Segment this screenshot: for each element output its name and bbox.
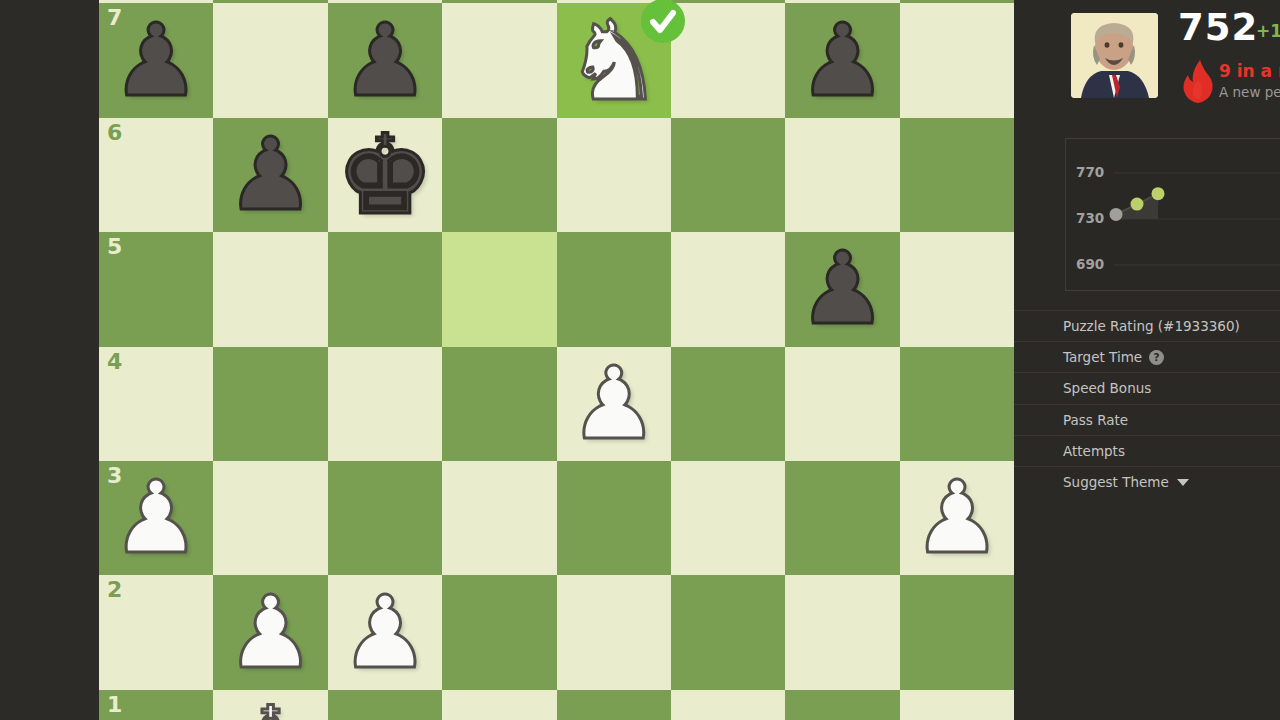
- rating-delta: +16: [1256, 21, 1280, 41]
- square-b4[interactable]: [213, 347, 327, 461]
- square-e2[interactable]: [557, 575, 671, 689]
- rank-label-6: 6: [107, 120, 122, 145]
- black-pawn-g7[interactable]: ♟: [785, 3, 899, 117]
- square-f6[interactable]: [671, 118, 785, 232]
- square-d7[interactable]: [442, 3, 556, 117]
- square-d5[interactable]: [442, 232, 556, 346]
- square-g1[interactable]: [785, 690, 899, 720]
- square-c1[interactable]: [328, 690, 442, 720]
- checkmark-glyph: [641, 0, 685, 43]
- square-h6[interactable]: [900, 118, 1014, 232]
- square-f5[interactable]: [671, 232, 785, 346]
- chart-point-752: [1152, 187, 1165, 200]
- square-d6[interactable]: [442, 118, 556, 232]
- white-pawn-b2[interactable]: ♟: [213, 575, 327, 689]
- square-f7[interactable]: [671, 3, 785, 117]
- chart-ytick-690: 690: [1076, 256, 1110, 272]
- rank-label-2: 2: [107, 577, 122, 602]
- square-b5[interactable]: [213, 232, 327, 346]
- square-d3[interactable]: [442, 461, 556, 575]
- rating-history-chart: 770730690: [1065, 138, 1280, 291]
- streak-text: 9 in a row: [1219, 61, 1280, 81]
- stats-row-suggest-theme[interactable]: Suggest Theme: [1014, 466, 1280, 497]
- square-e1[interactable]: [557, 690, 671, 720]
- stats-label: Target Time: [1063, 349, 1142, 365]
- puzzle-rating-value: 752: [1178, 6, 1258, 49]
- square-e3[interactable]: [557, 461, 671, 575]
- square-c4[interactable]: [328, 347, 442, 461]
- white-pawn-e4[interactable]: ♟: [557, 347, 671, 461]
- stats-label: Suggest Theme: [1063, 474, 1169, 490]
- puzzle-sidebar: 752 +16 9 in a row A new personal best 7…: [1014, 0, 1280, 720]
- square-g4[interactable]: [785, 347, 899, 461]
- chart-point-743: [1131, 198, 1144, 211]
- square-c5[interactable]: [328, 232, 442, 346]
- chevron-down-icon[interactable]: [1177, 479, 1189, 486]
- square-f2[interactable]: [671, 575, 785, 689]
- white-pawn-h3[interactable]: ♟: [900, 461, 1014, 575]
- stats-label: Puzzle Rating (#1933360): [1063, 318, 1240, 334]
- stats-row-attempts: Attempts: [1014, 435, 1280, 466]
- square-d4[interactable]: [442, 347, 556, 461]
- square-h7[interactable]: [900, 3, 1014, 117]
- stats-row-speed-bonus: Speed Bonus: [1014, 372, 1280, 403]
- square-h4[interactable]: [900, 347, 1014, 461]
- black-pawn-c7[interactable]: ♟: [328, 3, 442, 117]
- square-b7[interactable]: [213, 3, 327, 117]
- black-pawn-g5[interactable]: ♟: [785, 232, 899, 346]
- help-icon[interactable]: ?: [1149, 350, 1164, 365]
- stats-row-pass-rate: Pass Rate: [1014, 404, 1280, 435]
- black-king-c6[interactable]: ♚: [328, 118, 442, 232]
- square-f4[interactable]: [671, 347, 785, 461]
- square-e6[interactable]: [557, 118, 671, 232]
- square-h1[interactable]: [900, 690, 1014, 720]
- rank-label-4: 4: [107, 349, 122, 374]
- square-h5[interactable]: [900, 232, 1014, 346]
- square-g3[interactable]: [785, 461, 899, 575]
- avatar[interactable]: [1071, 13, 1158, 98]
- correct-move-checkmark-icon: [641, 0, 685, 43]
- streak-subtext: A new personal best: [1219, 84, 1280, 100]
- white-pawn-c2[interactable]: ♟: [328, 575, 442, 689]
- square-g6[interactable]: [785, 118, 899, 232]
- black-pawn-b6[interactable]: ♟: [213, 118, 327, 232]
- puzzle-stats-list: Puzzle Rating (#1933360)Target Time?Spee…: [1014, 310, 1280, 497]
- square-f3[interactable]: [671, 461, 785, 575]
- square-d2[interactable]: [442, 575, 556, 689]
- rank-label-1: 1: [107, 692, 122, 717]
- rank-label-3: 3: [107, 463, 122, 488]
- stats-label: Attempts: [1063, 443, 1125, 459]
- square-f1[interactable]: [671, 690, 785, 720]
- chess-board[interactable]: 7654321♟♟♞♟♟♚♟♟♟♟♟♟♚: [99, 0, 1014, 720]
- stats-row-puzzle-rating-1933360: Puzzle Rating (#1933360): [1014, 310, 1280, 341]
- stats-label: Speed Bonus: [1063, 380, 1151, 396]
- square-c3[interactable]: [328, 461, 442, 575]
- chart-ytick-770: 770: [1076, 164, 1110, 180]
- chart-ytick-730: 730: [1076, 210, 1110, 226]
- square-d1[interactable]: [442, 690, 556, 720]
- rank-label-7: 7: [107, 5, 122, 30]
- stats-label: Pass Rate: [1063, 412, 1128, 428]
- avatar-portrait: [1071, 13, 1158, 98]
- square-e5[interactable]: [557, 232, 671, 346]
- chart-point-734: [1110, 208, 1123, 221]
- square-h2[interactable]: [900, 575, 1014, 689]
- stats-row-target-time: Target Time?: [1014, 341, 1280, 372]
- square-g2[interactable]: [785, 575, 899, 689]
- white-king-b1[interactable]: ♚: [213, 690, 327, 720]
- streak-flame-icon: [1183, 60, 1213, 104]
- rank-label-5: 5: [107, 234, 122, 259]
- square-b3[interactable]: [213, 461, 327, 575]
